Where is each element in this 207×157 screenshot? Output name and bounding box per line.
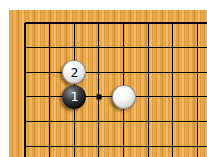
intersection[interactable] [161,11,186,36]
intersection[interactable] [87,60,112,85]
intersection[interactable] [62,35,87,60]
intersection[interactable] [87,35,112,60]
stone-black-move-1[interactable]: 1 [62,85,86,109]
intersection[interactable] [185,60,207,85]
intersection[interactable] [13,11,38,36]
intersection[interactable] [111,11,136,36]
intersection[interactable] [13,85,38,110]
stone-white[interactable] [112,85,136,109]
intersection[interactable] [37,109,62,134]
intersection[interactable] [37,35,62,60]
intersection[interactable] [87,11,112,36]
intersection[interactable] [13,134,38,157]
intersection[interactable] [111,60,136,85]
intersection[interactable] [111,35,136,60]
intersection[interactable] [37,134,62,157]
move-number-label: 1 [70,90,78,103]
intersection[interactable] [62,109,87,134]
intersection[interactable] [161,134,186,157]
intersection[interactable] [87,134,112,157]
star-point [96,94,101,99]
stone-white-move-2[interactable]: 2 [62,60,86,84]
intersection[interactable] [13,109,38,134]
intersection[interactable] [136,134,161,157]
intersection[interactable] [161,60,186,85]
intersection[interactable] [87,109,112,134]
board-grid [13,11,207,157]
intersection[interactable] [136,11,161,36]
intersection[interactable] [37,60,62,85]
intersection[interactable] [185,35,207,60]
intersection[interactable] [136,85,161,110]
move-number-label: 2 [70,66,78,79]
intersection[interactable] [136,60,161,85]
intersection[interactable] [37,11,62,36]
intersection[interactable] [13,60,38,85]
intersection[interactable] [136,109,161,134]
intersection[interactable] [185,134,207,157]
intersection[interactable] [111,109,136,134]
intersection[interactable] [161,109,186,134]
intersection[interactable] [161,85,186,110]
intersection[interactable] [185,85,207,110]
intersection[interactable] [111,134,136,157]
intersection[interactable] [62,11,87,36]
intersection[interactable] [62,134,87,157]
intersection[interactable] [136,35,161,60]
intersection[interactable] [13,35,38,60]
intersection[interactable] [161,35,186,60]
intersection[interactable] [37,85,62,110]
go-board[interactable]: 12 [9,10,207,157]
go-diagram: 12 [0,0,207,157]
intersection[interactable] [185,109,207,134]
intersection[interactable] [185,11,207,36]
